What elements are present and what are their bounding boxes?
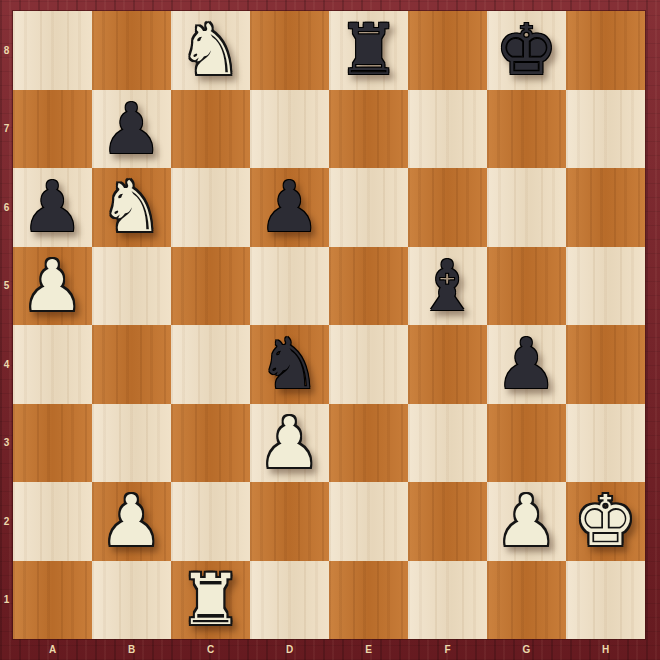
square-b2[interactable]: ♟: [92, 482, 171, 561]
square-e1[interactable]: [329, 561, 408, 640]
black-knight-d4[interactable]: ♞: [258, 329, 321, 399]
square-g4[interactable]: ♟: [487, 325, 566, 404]
square-b1[interactable]: [92, 561, 171, 640]
square-a3[interactable]: [13, 404, 92, 483]
square-c1[interactable]: ♜: [171, 561, 250, 640]
square-a7[interactable]: [13, 90, 92, 169]
black-pawn-a6[interactable]: ♟: [21, 172, 84, 242]
rank-label-6: 6: [0, 168, 13, 247]
square-h7[interactable]: [566, 90, 645, 169]
square-g6[interactable]: [487, 168, 566, 247]
square-g2[interactable]: ♟: [487, 482, 566, 561]
square-c7[interactable]: [171, 90, 250, 169]
file-label-d: D: [250, 639, 329, 660]
square-g3[interactable]: [487, 404, 566, 483]
square-b5[interactable]: [92, 247, 171, 326]
square-f7[interactable]: [408, 90, 487, 169]
file-labels: ABCDEFGH: [13, 639, 645, 660]
black-pawn-b7[interactable]: ♟: [100, 94, 163, 164]
white-pawn-d3[interactable]: ♟: [258, 408, 321, 478]
square-d7[interactable]: [250, 90, 329, 169]
square-c6[interactable]: [171, 168, 250, 247]
black-bishop-f5[interactable]: ♝: [416, 251, 479, 321]
square-c8[interactable]: ♞: [171, 11, 250, 90]
square-b6[interactable]: ♞: [92, 168, 171, 247]
file-label-c: C: [171, 639, 250, 660]
square-c5[interactable]: [171, 247, 250, 326]
white-rook-c1[interactable]: ♜: [179, 565, 242, 635]
white-pawn-a5[interactable]: ♟: [21, 251, 84, 321]
square-d5[interactable]: [250, 247, 329, 326]
file-label-e: E: [329, 639, 408, 660]
file-label-g: G: [487, 639, 566, 660]
square-b3[interactable]: [92, 404, 171, 483]
square-b8[interactable]: [92, 11, 171, 90]
rank-label-5: 5: [0, 247, 13, 326]
square-h3[interactable]: [566, 404, 645, 483]
square-f2[interactable]: [408, 482, 487, 561]
square-h4[interactable]: [566, 325, 645, 404]
square-g1[interactable]: [487, 561, 566, 640]
white-pawn-g2[interactable]: ♟: [495, 486, 558, 556]
file-label-f: F: [408, 639, 487, 660]
black-pawn-g4[interactable]: ♟: [495, 329, 558, 399]
square-d4[interactable]: ♞: [250, 325, 329, 404]
square-h8[interactable]: [566, 11, 645, 90]
square-d6[interactable]: ♟: [250, 168, 329, 247]
square-d3[interactable]: ♟: [250, 404, 329, 483]
square-a4[interactable]: [13, 325, 92, 404]
square-g7[interactable]: [487, 90, 566, 169]
white-knight-c8[interactable]: ♞: [179, 15, 242, 85]
square-f1[interactable]: [408, 561, 487, 640]
square-a2[interactable]: [13, 482, 92, 561]
square-e6[interactable]: [329, 168, 408, 247]
black-king-g8[interactable]: ♚: [495, 15, 558, 85]
white-knight-b6[interactable]: ♞: [100, 172, 163, 242]
white-pawn-b2[interactable]: ♟: [100, 486, 163, 556]
square-e7[interactable]: [329, 90, 408, 169]
rank-label-2: 2: [0, 482, 13, 561]
square-f8[interactable]: [408, 11, 487, 90]
chess-board: ♞♜♚♟♟♞♟♟♝♞♟♟♟♟♚♜: [13, 11, 645, 639]
square-c2[interactable]: [171, 482, 250, 561]
square-b7[interactable]: ♟: [92, 90, 171, 169]
square-d2[interactable]: [250, 482, 329, 561]
square-g5[interactable]: [487, 247, 566, 326]
rank-label-3: 3: [0, 404, 13, 483]
square-d1[interactable]: [250, 561, 329, 640]
square-e4[interactable]: [329, 325, 408, 404]
square-h6[interactable]: [566, 168, 645, 247]
square-f6[interactable]: [408, 168, 487, 247]
rank-labels: 87654321: [0, 11, 13, 639]
square-e3[interactable]: [329, 404, 408, 483]
file-label-h: H: [566, 639, 645, 660]
square-e5[interactable]: [329, 247, 408, 326]
square-d8[interactable]: [250, 11, 329, 90]
file-label-b: B: [92, 639, 171, 660]
square-g8[interactable]: ♚: [487, 11, 566, 90]
square-h1[interactable]: [566, 561, 645, 640]
square-a6[interactable]: ♟: [13, 168, 92, 247]
black-pawn-d6[interactable]: ♟: [258, 172, 321, 242]
square-b4[interactable]: [92, 325, 171, 404]
board-frame: ♞♜♚♟♟♞♟♟♝♞♟♟♟♟♚♜ 87654321 ABCDEFGH: [0, 0, 660, 660]
rank-label-8: 8: [0, 11, 13, 90]
square-f4[interactable]: [408, 325, 487, 404]
square-e8[interactable]: ♜: [329, 11, 408, 90]
rank-label-7: 7: [0, 90, 13, 169]
square-a5[interactable]: ♟: [13, 247, 92, 326]
square-c3[interactable]: [171, 404, 250, 483]
square-h5[interactable]: [566, 247, 645, 326]
square-c4[interactable]: [171, 325, 250, 404]
square-e2[interactable]: [329, 482, 408, 561]
file-label-a: A: [13, 639, 92, 660]
black-rook-e8[interactable]: ♜: [337, 15, 400, 85]
rank-label-4: 4: [0, 325, 13, 404]
square-a1[interactable]: [13, 561, 92, 640]
square-a8[interactable]: [13, 11, 92, 90]
white-king-h2[interactable]: ♚: [574, 486, 637, 556]
square-h2[interactable]: ♚: [566, 482, 645, 561]
square-f5[interactable]: ♝: [408, 247, 487, 326]
square-f3[interactable]: [408, 404, 487, 483]
rank-label-1: 1: [0, 561, 13, 640]
